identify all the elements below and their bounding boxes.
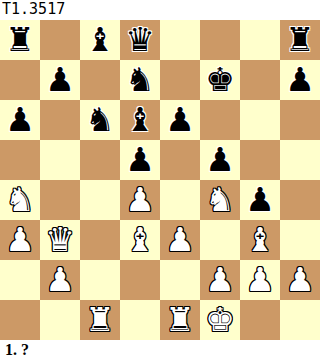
white-pawn[interactable]: ♟ — [120, 180, 160, 220]
black-bishop[interactable]: ♝ — [80, 20, 120, 60]
square-c2[interactable] — [80, 260, 120, 300]
black-bishop[interactable]: ♝ — [120, 100, 160, 140]
chess-board[interactable]: ♜♝♛♜♟♞♚♟♟♞♝♟♟♟♞♟♞♟♟♛♝♟♝♟♟♟♟♜♜♚ — [0, 20, 320, 340]
square-c5[interactable] — [80, 140, 120, 180]
square-g3[interactable]: ♝ — [240, 220, 280, 260]
square-f7[interactable]: ♚ — [200, 60, 240, 100]
white-king[interactable]: ♚ — [200, 300, 240, 340]
square-g2[interactable]: ♟ — [240, 260, 280, 300]
square-g1[interactable] — [240, 300, 280, 340]
white-pawn[interactable]: ♟ — [40, 260, 80, 300]
black-queen[interactable]: ♛ — [120, 20, 160, 60]
chess-app-window: T1.3517 ♜♝♛♜♟♞♚♟♟♞♝♟♟♟♞♟♞♟♟♛♝♟♝♟♟♟♟♜♜♚ 1… — [0, 0, 320, 360]
white-knight[interactable]: ♞ — [0, 180, 40, 220]
white-queen[interactable]: ♛ — [40, 220, 80, 260]
black-knight[interactable]: ♞ — [80, 100, 120, 140]
square-e3[interactable]: ♟ — [160, 220, 200, 260]
square-b5[interactable] — [40, 140, 80, 180]
white-rook[interactable]: ♜ — [160, 300, 200, 340]
square-f8[interactable] — [200, 20, 240, 60]
white-bishop[interactable]: ♝ — [240, 220, 280, 260]
square-g5[interactable] — [240, 140, 280, 180]
black-pawn[interactable]: ♟ — [240, 180, 280, 220]
square-a7[interactable] — [0, 60, 40, 100]
square-f2[interactable]: ♟ — [200, 260, 240, 300]
square-b7[interactable]: ♟ — [40, 60, 80, 100]
square-d1[interactable] — [120, 300, 160, 340]
square-f4[interactable]: ♞ — [200, 180, 240, 220]
square-g4[interactable]: ♟ — [240, 180, 280, 220]
white-pawn[interactable]: ♟ — [240, 260, 280, 300]
black-rook[interactable]: ♜ — [280, 20, 320, 60]
square-a2[interactable] — [0, 260, 40, 300]
square-a6[interactable]: ♟ — [0, 100, 40, 140]
square-h1[interactable] — [280, 300, 320, 340]
white-pawn[interactable]: ♟ — [160, 220, 200, 260]
square-a3[interactable]: ♟ — [0, 220, 40, 260]
square-h4[interactable] — [280, 180, 320, 220]
black-pawn[interactable]: ♟ — [160, 100, 200, 140]
square-e2[interactable] — [160, 260, 200, 300]
black-knight[interactable]: ♞ — [120, 60, 160, 100]
square-c4[interactable] — [80, 180, 120, 220]
white-pawn[interactable]: ♟ — [280, 260, 320, 300]
square-g6[interactable] — [240, 100, 280, 140]
square-h5[interactable] — [280, 140, 320, 180]
white-bishop[interactable]: ♝ — [120, 220, 160, 260]
white-rook[interactable]: ♜ — [80, 300, 120, 340]
square-h2[interactable]: ♟ — [280, 260, 320, 300]
square-c1[interactable]: ♜ — [80, 300, 120, 340]
white-pawn[interactable]: ♟ — [200, 260, 240, 300]
square-f6[interactable] — [200, 100, 240, 140]
square-a1[interactable] — [0, 300, 40, 340]
square-a8[interactable]: ♜ — [0, 20, 40, 60]
square-d5[interactable]: ♟ — [120, 140, 160, 180]
square-b8[interactable] — [40, 20, 80, 60]
square-f3[interactable] — [200, 220, 240, 260]
square-b2[interactable]: ♟ — [40, 260, 80, 300]
move-prompt: 1. ? — [0, 340, 320, 360]
black-king[interactable]: ♚ — [200, 60, 240, 100]
square-b1[interactable] — [40, 300, 80, 340]
square-e8[interactable] — [160, 20, 200, 60]
square-c8[interactable]: ♝ — [80, 20, 120, 60]
square-h8[interactable]: ♜ — [280, 20, 320, 60]
square-a4[interactable]: ♞ — [0, 180, 40, 220]
square-g7[interactable] — [240, 60, 280, 100]
square-e7[interactable] — [160, 60, 200, 100]
square-d6[interactable]: ♝ — [120, 100, 160, 140]
square-h7[interactable]: ♟ — [280, 60, 320, 100]
square-d8[interactable]: ♛ — [120, 20, 160, 60]
square-d7[interactable]: ♞ — [120, 60, 160, 100]
black-pawn[interactable]: ♟ — [0, 100, 40, 140]
square-d3[interactable]: ♝ — [120, 220, 160, 260]
black-pawn[interactable]: ♟ — [40, 60, 80, 100]
square-h6[interactable] — [280, 100, 320, 140]
white-knight[interactable]: ♞ — [200, 180, 240, 220]
square-f1[interactable]: ♚ — [200, 300, 240, 340]
square-a5[interactable] — [0, 140, 40, 180]
black-pawn[interactable]: ♟ — [200, 140, 240, 180]
square-b3[interactable]: ♛ — [40, 220, 80, 260]
square-c7[interactable] — [80, 60, 120, 100]
square-e4[interactable] — [160, 180, 200, 220]
black-pawn[interactable]: ♟ — [120, 140, 160, 180]
square-b6[interactable] — [40, 100, 80, 140]
square-g8[interactable] — [240, 20, 280, 60]
square-e6[interactable]: ♟ — [160, 100, 200, 140]
square-c6[interactable]: ♞ — [80, 100, 120, 140]
square-d2[interactable] — [120, 260, 160, 300]
square-c3[interactable] — [80, 220, 120, 260]
puzzle-id: T1.3517 — [0, 0, 320, 20]
black-pawn[interactable]: ♟ — [280, 60, 320, 100]
square-h3[interactable] — [280, 220, 320, 260]
square-f5[interactable]: ♟ — [200, 140, 240, 180]
square-e1[interactable]: ♜ — [160, 300, 200, 340]
white-pawn[interactable]: ♟ — [0, 220, 40, 260]
square-d4[interactable]: ♟ — [120, 180, 160, 220]
square-b4[interactable] — [40, 180, 80, 220]
black-rook[interactable]: ♜ — [0, 20, 40, 60]
square-e5[interactable] — [160, 140, 200, 180]
